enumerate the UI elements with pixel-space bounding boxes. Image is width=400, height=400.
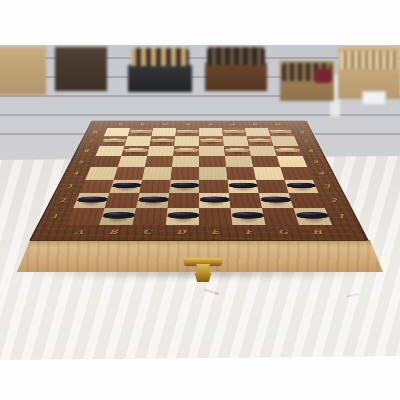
checker-top — [138, 196, 168, 200]
checker-top — [228, 182, 257, 186]
checker-light-A7 — [102, 138, 127, 142]
square-G4 — [253, 167, 284, 179]
square-C5 — [145, 156, 173, 167]
square-B5 — [118, 156, 148, 167]
square-C8 — [151, 128, 176, 137]
square-C3 — [139, 180, 170, 194]
checker-top — [151, 138, 175, 141]
checker-top — [269, 130, 292, 132]
checker-top — [167, 212, 198, 217]
table-scratch — [204, 289, 219, 295]
file-label-far-A: A — [109, 123, 133, 126]
brass-clasp-hinge — [184, 258, 222, 265]
rank-label-left-4: 4 — [64, 170, 89, 177]
file-label-far-F: F — [221, 123, 244, 126]
checker-light-D6 — [174, 148, 199, 152]
file-label-far-B: B — [131, 123, 154, 126]
square-C1 — [132, 208, 167, 225]
rank-label-right-7: 7 — [296, 138, 317, 144]
checker-dark-B3 — [111, 182, 141, 187]
square-H2 — [289, 193, 325, 208]
square-G5 — [251, 156, 281, 167]
file-label-near-E: E — [199, 228, 233, 236]
checker-dark-E2 — [199, 196, 229, 202]
file-label-far-E: E — [199, 123, 222, 126]
file-label-near-G: G — [266, 228, 302, 236]
checker-dark-C2 — [138, 196, 169, 202]
checker-top — [123, 148, 148, 151]
file-label-near-F: F — [233, 228, 268, 236]
rank-label-right-8: 8 — [292, 129, 312, 134]
checker-dark-D3 — [170, 182, 198, 187]
checker-dark-A2 — [76, 196, 108, 202]
square-B2 — [104, 193, 139, 208]
checker-top — [176, 130, 199, 132]
checker-dark-B1 — [102, 212, 135, 219]
checker-top — [77, 196, 108, 200]
square-D5 — [172, 156, 199, 167]
background-chess-box-black — [128, 65, 192, 92]
rank-label-left-6: 6 — [75, 148, 97, 154]
rank-label-left-3: 3 — [57, 182, 83, 190]
table-scratch — [346, 293, 358, 298]
square-F7 — [223, 136, 249, 145]
checker-light-E7 — [199, 138, 223, 142]
square-A4 — [85, 167, 117, 179]
background-small-set-red-pieces — [280, 61, 334, 101]
square-E3 — [199, 180, 229, 194]
square-G3 — [256, 180, 289, 194]
checker-top — [102, 138, 126, 141]
checker-top — [174, 148, 199, 151]
background-chess-box-brown — [205, 63, 267, 91]
square-B4 — [114, 167, 145, 179]
checker-light-H6 — [274, 148, 300, 152]
checker-light-H8 — [269, 130, 293, 133]
rank-label-right-6: 6 — [300, 148, 322, 154]
rank-label-right-2: 2 — [321, 196, 349, 205]
checker-top — [170, 182, 198, 186]
checker-light-C7 — [151, 138, 175, 142]
square-H7 — [270, 136, 298, 145]
file-label-near-C: C — [130, 228, 165, 236]
rank-label-left-8: 8 — [85, 129, 105, 134]
background-chess-pieces-row — [340, 51, 397, 69]
checker-dark-F3 — [228, 182, 257, 187]
checker-top — [247, 138, 271, 141]
square-H5 — [277, 156, 308, 167]
checker-top — [274, 148, 300, 151]
checker-light-F6 — [224, 148, 249, 152]
checker-top — [129, 130, 152, 132]
square-A6 — [95, 146, 124, 156]
square-E4 — [199, 167, 227, 179]
square-F5 — [225, 156, 253, 167]
checker-dark-D1 — [167, 212, 199, 219]
square-F4 — [226, 167, 256, 179]
checker-top — [112, 182, 141, 186]
checker-light-F8 — [222, 130, 245, 133]
rank-label-right-3: 3 — [315, 182, 341, 190]
background-price-tag — [362, 91, 386, 105]
rank-label-left-7: 7 — [81, 138, 102, 144]
square-G6 — [249, 146, 277, 156]
checker-top — [295, 212, 328, 217]
file-label-near-A: A — [61, 228, 98, 236]
checker-light-B6 — [123, 148, 149, 152]
checker-light-G7 — [247, 138, 272, 142]
square-F2 — [229, 193, 262, 208]
square-D2 — [167, 193, 199, 208]
square-E1 — [199, 208, 232, 225]
square-E5 — [199, 156, 226, 167]
file-label-far-G: G — [244, 123, 267, 126]
file-label-far-H: H — [266, 123, 290, 126]
square-E8 — [199, 128, 223, 137]
rank-label-left-2: 2 — [49, 196, 77, 205]
square-D7 — [174, 136, 199, 145]
file-label-far-C: C — [154, 123, 177, 126]
checker-top — [260, 196, 291, 200]
checker-dark-F1 — [231, 212, 263, 219]
file-label-near-D: D — [165, 228, 199, 236]
square-E6 — [199, 146, 225, 156]
checker-top — [224, 148, 249, 151]
checker-top — [222, 130, 245, 132]
background-red-pieces — [315, 69, 331, 83]
checker-top — [102, 212, 134, 217]
product-photo-scene: AABBCCDDEEFFGGHH1122334455667788 — [0, 0, 400, 400]
checker-light-B8 — [129, 130, 153, 133]
square-A5 — [91, 156, 122, 167]
square-B7 — [125, 136, 152, 145]
square-C6 — [147, 146, 174, 156]
checker-dark-H1 — [295, 212, 329, 219]
file-label-near-B: B — [96, 228, 132, 236]
square-A3 — [79, 180, 113, 194]
checker-top — [231, 212, 263, 217]
square-A8 — [104, 128, 131, 137]
checker-top — [286, 182, 316, 186]
background-chess-set-light-right — [338, 47, 400, 99]
rank-label-right-1: 1 — [328, 211, 357, 221]
background-chess-pieces-row — [207, 47, 264, 65]
background-chess-set-light — [0, 47, 46, 95]
square-G8 — [245, 128, 271, 137]
rank-label-right-4: 4 — [310, 170, 335, 177]
file-label-far-D: D — [176, 123, 199, 126]
background-chess-pieces-row — [131, 48, 190, 66]
rank-label-right-5: 5 — [305, 158, 328, 165]
background-folded-boards-dark — [55, 47, 107, 91]
square-H4 — [280, 167, 312, 179]
rank-label-left-5: 5 — [70, 158, 93, 165]
square-D4 — [171, 167, 199, 179]
checker-dark-H3 — [286, 182, 316, 187]
checker-dark-G2 — [260, 196, 291, 202]
checker-top — [199, 196, 229, 200]
checker-light-D8 — [176, 130, 199, 133]
checker-top — [199, 138, 223, 141]
file-label-near-H: H — [300, 228, 337, 236]
square-C4 — [142, 167, 172, 179]
rank-label-left-1: 1 — [41, 211, 70, 221]
